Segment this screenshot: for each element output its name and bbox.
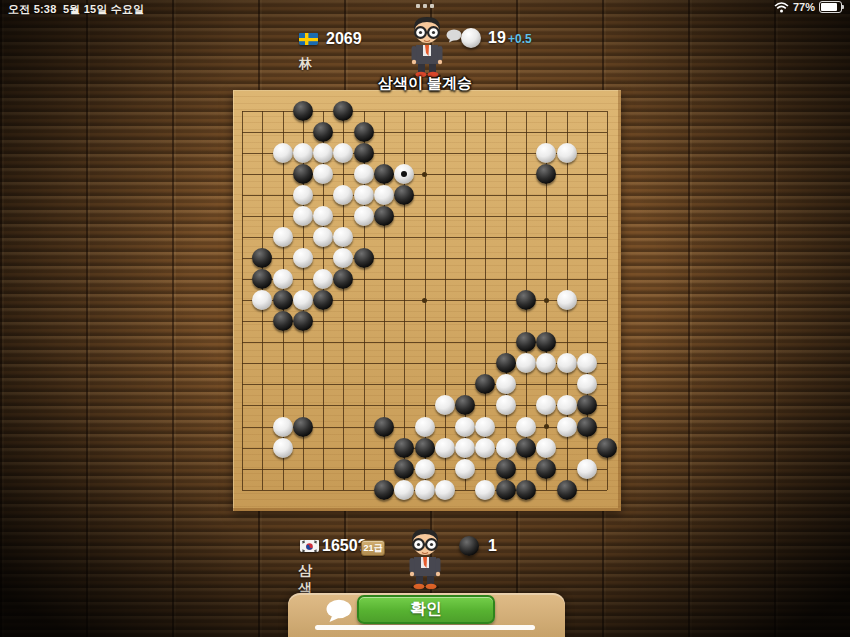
black-score: 1 [488,537,497,555]
speech-bubble-icon [324,599,354,624]
white-stone [455,417,475,437]
white-stone [273,269,293,289]
battery-percent: 77% [793,1,815,13]
white-stone [293,206,313,226]
black-stone [394,438,414,458]
grid-line-horizontal [242,384,607,385]
white-stone [557,417,577,437]
black-stone [293,417,313,437]
white-stone [273,417,293,437]
white-stone [333,227,353,247]
chat-button[interactable] [324,599,354,624]
black-stone [293,164,313,184]
black-player-avatar [401,526,449,590]
wifi-icon [774,2,789,13]
white-stone [455,438,475,458]
black-stone [252,269,272,289]
black-stone [496,353,516,373]
black-stone [293,101,313,121]
white-stone [577,459,597,479]
white-stone [293,143,313,163]
speech-bubble-icon [446,29,462,47]
black-stone [597,438,617,458]
grid-line-vertical [445,111,446,490]
grid-line-vertical [607,111,608,490]
white-stone [435,480,455,500]
black-stone [415,438,435,458]
home-indicator[interactable] [315,625,535,630]
white-stone [557,143,577,163]
white-stone [354,206,374,226]
star-point [422,172,427,177]
white-stone [313,227,333,247]
white-stone [496,438,516,458]
white-stone [333,143,353,163]
white-stone [273,143,293,163]
white-stone [536,395,556,415]
black-stone [516,438,536,458]
white-player-name: 林 [299,55,312,73]
white-stone [313,269,333,289]
white-stone [435,395,455,415]
sweden-flag [299,32,318,45]
white-stone [293,290,313,310]
white-stone [536,438,556,458]
white-stone [516,353,536,373]
white-stone [557,395,577,415]
white-stone [577,374,597,394]
white-stone [374,185,394,205]
app-screen: 오전 5:38 5월 15일 수요일 77% 2069 林 [0,0,850,637]
black-stone [394,459,414,479]
black-stone [536,459,556,479]
white-stone [475,480,495,500]
black-stone [252,248,272,268]
black-stone [557,480,577,500]
white-stone [313,206,333,226]
white-stone [415,480,435,500]
white-stone [435,438,455,458]
white-stone [394,480,414,500]
black-stone [354,248,374,268]
south-korea-flag [300,539,319,552]
white-stone [293,248,313,268]
black-stone [394,185,414,205]
white-stone [557,353,577,373]
confirm-button[interactable]: 확인 [357,595,495,624]
white-stone [252,290,272,310]
white-stone [577,353,597,373]
white-stone [354,164,374,184]
black-stone [313,122,333,142]
black-stone [273,290,293,310]
black-stone [313,290,333,310]
white-stone [475,438,495,458]
black-stone [496,459,516,479]
white-stone [557,290,577,310]
black-stone [374,164,394,184]
clock-and-date: 오전 5:38 5월 15일 수요일 [8,2,144,17]
star-point [544,424,549,429]
white-stone [415,459,435,479]
white-stone [496,395,516,415]
black-stone [333,101,353,121]
black-stone [455,395,475,415]
white-stone [293,185,313,205]
white-stone [536,143,556,163]
black-stone [374,480,394,500]
white-stone-icon [461,28,481,48]
white-stone [354,185,374,205]
go-board[interactable] [233,90,621,511]
white-score: 19 [488,29,506,47]
black-stone [374,206,394,226]
battery-icon [819,1,842,13]
black-stone [577,395,597,415]
black-stone [333,269,353,289]
multitask-dots-icon [416,4,434,8]
status-time: 오전 5:38 [8,3,56,15]
black-stone [293,311,313,331]
black-stone [354,122,374,142]
white-stone [333,185,353,205]
grid-line-vertical [506,111,507,490]
black-stone [577,417,597,437]
bottom-action-panel: 확인 [288,593,565,637]
black-stone [475,374,495,394]
black-stone [374,417,394,437]
rank-badge: 21급 [361,540,385,556]
star-point [422,298,427,303]
status-indicators: 77% [774,1,842,13]
black-stone [496,480,516,500]
white-stone [273,438,293,458]
white-stone [333,248,353,268]
white-stone [475,417,495,437]
white-stone [536,353,556,373]
white-player-rating: 2069 [326,30,362,48]
white-stone [273,227,293,247]
black-stone [354,143,374,163]
white-player-avatar [403,14,451,78]
black-stone-icon [459,536,479,556]
white-stone [313,164,333,184]
star-point [544,298,549,303]
white-stone [313,143,333,163]
white-komi-bonus: +0.5 [508,32,532,46]
result-banner: 삼색이 불계승 [0,74,850,93]
white-stone [496,374,516,394]
black-stone [516,332,536,352]
white-stone [455,459,475,479]
white-stone [415,417,435,437]
black-stone [536,164,556,184]
black-stone [516,290,536,310]
black-stone [536,332,556,352]
black-stone [273,311,293,331]
white-stone [516,417,536,437]
status-date: 5월 15일 수요일 [63,3,144,15]
black-stone [516,480,536,500]
